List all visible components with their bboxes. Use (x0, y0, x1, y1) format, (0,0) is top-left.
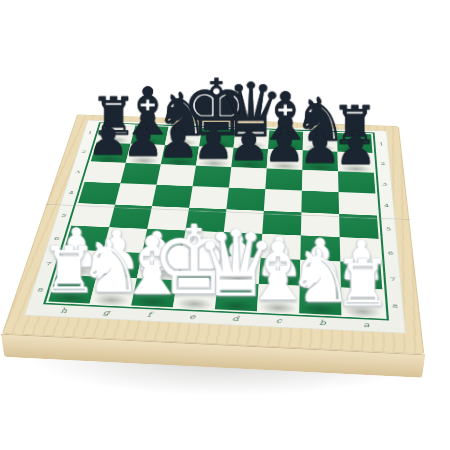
board-frame-line: ♜♝♞♚♛♝♞♜♟♟♟♟♟♟♟♟♟♟♟♟♟♟♟♟♜♞♝♚♛♝♞♜ (43, 122, 389, 320)
file-label-f: f (127, 309, 172, 321)
board-surface: ♜♝♞♚♛♝♞♜♟♟♟♟♟♟♟♟♟♟♟♟♟♟♟♟♜♞♝♚♛♝♞♜ hgfedcb… (25, 120, 404, 332)
white-rook-a8[interactable]: ♜ (334, 251, 392, 316)
square-b2[interactable]: ♟ (302, 150, 338, 171)
file-label-e: e (170, 311, 215, 323)
square-h3[interactable] (85, 162, 126, 184)
chess-board-box: ♜♝♞♚♛♝♞♜♟♟♟♟♟♟♟♟♟♟♟♟♟♟♟♟♜♞♝♚♛♝♞♜ hgfedcb… (2, 114, 424, 354)
rank-label-3-right: 3 (378, 173, 392, 195)
square-g3[interactable] (120, 163, 160, 185)
product-photo: ♜♝♞♚♛♝♞♜♟♟♟♟♟♟♟♟♟♟♟♟♟♟♟♟♜♞♝♚♛♝♞♜ hgfedcb… (0, 0, 450, 450)
square-b3[interactable] (302, 170, 339, 192)
square-c3[interactable] (265, 169, 302, 191)
square-d3[interactable] (229, 167, 267, 189)
file-label-h: h (41, 305, 86, 317)
file-label-b: b (301, 317, 345, 329)
square-a8[interactable]: ♜ (341, 288, 384, 318)
square-g4[interactable] (115, 183, 156, 206)
square-f3[interactable] (156, 164, 195, 186)
file-label-c: c (257, 315, 301, 327)
black-pawn-a2[interactable]: ♟ (335, 125, 377, 172)
square-a4[interactable] (339, 192, 377, 215)
rank-label-2-right: 2 (376, 153, 390, 173)
board-box-front (1, 334, 426, 378)
square-c4[interactable] (264, 189, 302, 212)
board-grid: ♜♝♞♚♛♝♞♜♟♟♟♟♟♟♟♟♟♟♟♟♟♟♟♟♜♞♝♚♛♝♞♜ (48, 124, 384, 317)
square-d2[interactable]: ♟ (231, 148, 268, 169)
square-h4[interactable] (78, 182, 120, 205)
file-label-d: d (213, 313, 257, 325)
square-a3[interactable] (338, 171, 375, 193)
rank-label-4-right: 4 (379, 195, 394, 218)
square-b4[interactable] (301, 191, 339, 214)
file-label-g: g (84, 307, 129, 319)
square-a2[interactable]: ♟ (338, 152, 374, 173)
square-e3[interactable] (193, 166, 232, 188)
square-c2[interactable]: ♟ (267, 149, 303, 170)
file-label-a: a (344, 319, 388, 331)
perspective-scene: ♜♝♞♚♛♝♞♜♟♟♟♟♟♟♟♟♟♟♟♟♟♟♟♟♜♞♝♚♛♝♞♜ hgfedcb… (0, 0, 450, 450)
